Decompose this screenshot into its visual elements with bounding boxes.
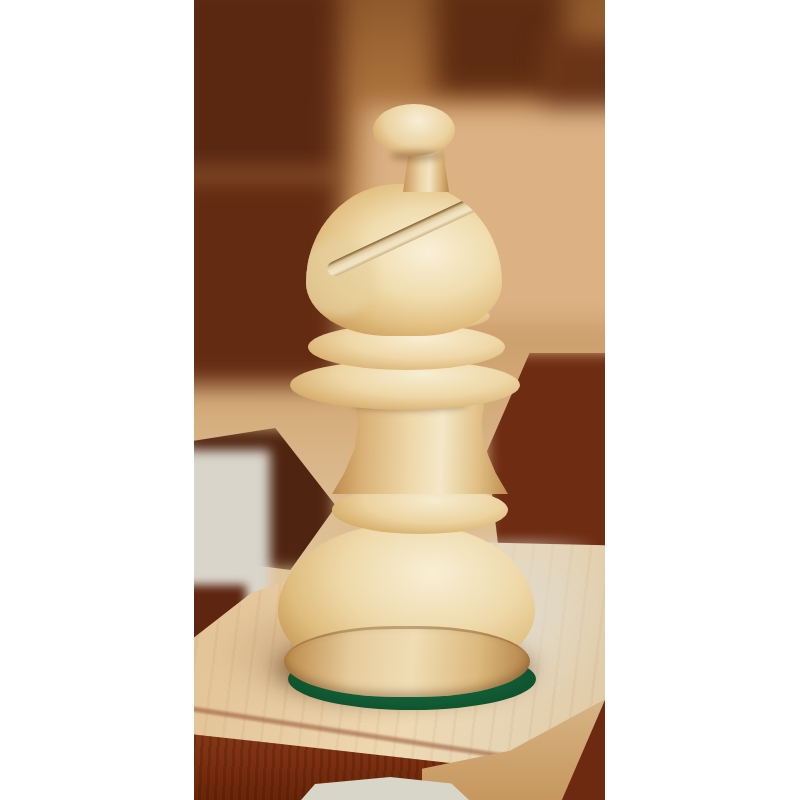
bishop-mitre-cut-icon <box>325 192 487 278</box>
screenshot-canvas <box>0 0 800 800</box>
finial-shadow-band <box>390 151 442 161</box>
bishop-stem <box>332 398 508 494</box>
chessboard-photo <box>194 0 605 800</box>
blurred-dark-square-top-left <box>194 0 340 176</box>
bishop-base-disc <box>284 626 530 697</box>
bishop-finial-knob <box>373 104 455 156</box>
